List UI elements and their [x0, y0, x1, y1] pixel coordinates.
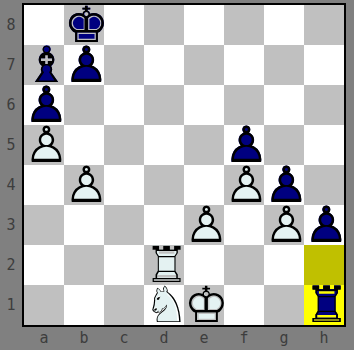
- piece-bP-a6[interactable]: ♟♙: [24, 85, 64, 125]
- square-e4[interactable]: [184, 165, 224, 205]
- file-label-d: d: [144, 327, 184, 349]
- square-d6[interactable]: [144, 85, 184, 125]
- piece-bP-h3[interactable]: ♟♙: [304, 205, 344, 245]
- file-label-c: c: [104, 327, 144, 349]
- black-piece-fill-icon: ♟: [264, 165, 304, 205]
- square-f5[interactable]: ♟♙: [224, 125, 264, 165]
- square-b2[interactable]: [64, 245, 104, 285]
- rank-label-1: 1: [0, 285, 22, 325]
- square-g6[interactable]: [264, 85, 304, 125]
- square-c6[interactable]: [104, 85, 144, 125]
- square-a7[interactable]: ♝♗: [24, 45, 64, 85]
- square-g5[interactable]: [264, 125, 304, 165]
- file-label-h: h: [304, 327, 344, 349]
- square-b6[interactable]: [64, 85, 104, 125]
- rank-labels: 87654321: [0, 5, 22, 325]
- piece-outline-icon: ♖: [144, 245, 184, 285]
- piece-bP-b7[interactable]: ♟♙: [64, 45, 104, 85]
- square-h6[interactable]: [304, 85, 344, 125]
- rank-label-8: 8: [0, 5, 22, 45]
- square-e6[interactable]: [184, 85, 224, 125]
- square-a1[interactable]: [24, 285, 64, 325]
- square-f6[interactable]: [224, 85, 264, 125]
- piece-outline-icon: ♗: [24, 45, 64, 85]
- square-a6[interactable]: ♟♙: [24, 85, 64, 125]
- square-h2[interactable]: [304, 245, 344, 285]
- square-b7[interactable]: ♟♙: [64, 45, 104, 85]
- piece-outline-icon: ♙: [24, 125, 64, 165]
- square-f4[interactable]: ♟♙: [224, 165, 264, 205]
- square-h8[interactable]: [304, 5, 344, 45]
- piece-bP-g4[interactable]: ♟♙: [264, 165, 304, 205]
- square-e1[interactable]: ♚♔: [184, 285, 224, 325]
- piece-wP-g3[interactable]: ♟♙: [264, 205, 304, 245]
- rank-label-2: 2: [0, 245, 22, 285]
- square-g1[interactable]: [264, 285, 304, 325]
- square-g2[interactable]: [264, 245, 304, 285]
- square-d2[interactable]: ♜♖: [144, 245, 184, 285]
- square-d4[interactable]: [144, 165, 184, 205]
- square-b8[interactable]: ♚♔: [64, 5, 104, 45]
- piece-outline-icon: ♙: [224, 165, 264, 205]
- white-piece-fill-icon: ♟: [224, 165, 264, 205]
- square-e8[interactable]: [184, 5, 224, 45]
- piece-outline-icon: ♙: [64, 45, 104, 85]
- chess-board: ♚♔♝♗♟♙♟♙♟♙♟♙♟♙♟♙♟♙♟♙♟♙♟♙♜♖♞♘♚♔♜♖: [22, 3, 346, 327]
- square-g7[interactable]: [264, 45, 304, 85]
- square-b4[interactable]: ♟♙: [64, 165, 104, 205]
- square-h7[interactable]: [304, 45, 344, 85]
- black-piece-fill-icon: ♟: [24, 85, 64, 125]
- piece-bP-f5[interactable]: ♟♙: [224, 125, 264, 165]
- piece-outline-icon: ♙: [24, 85, 64, 125]
- square-a5[interactable]: ♟♙: [24, 125, 64, 165]
- chess-app-window: 87654321 ♚♔♝♗♟♙♟♙♟♙♟♙♟♙♟♙♟♙♟♙♟♙♟♙♜♖♞♘♚♔♜…: [0, 0, 354, 350]
- square-b1[interactable]: [64, 285, 104, 325]
- black-piece-fill-icon: ♟: [224, 125, 264, 165]
- square-f7[interactable]: [224, 45, 264, 85]
- square-b3[interactable]: [64, 205, 104, 245]
- square-e3[interactable]: ♟♙: [184, 205, 224, 245]
- piece-wP-a5[interactable]: ♟♙: [24, 125, 64, 165]
- square-c3[interactable]: [104, 205, 144, 245]
- piece-bR-h1[interactable]: ♜♖: [304, 285, 344, 325]
- black-piece-fill-icon: ♟: [64, 45, 104, 85]
- square-h1[interactable]: ♜♖: [304, 285, 344, 325]
- square-a3[interactable]: [24, 205, 64, 245]
- rank-label-6: 6: [0, 85, 22, 125]
- file-labels: abcdefgh: [24, 327, 344, 349]
- square-f2[interactable]: [224, 245, 264, 285]
- square-h5[interactable]: [304, 125, 344, 165]
- black-piece-fill-icon: ♜: [304, 285, 344, 325]
- square-g3[interactable]: ♟♙: [264, 205, 304, 245]
- square-c4[interactable]: [104, 165, 144, 205]
- piece-wP-f4[interactable]: ♟♙: [224, 165, 264, 205]
- piece-outline-icon: ♙: [264, 205, 304, 245]
- black-piece-fill-icon: ♟: [304, 205, 344, 245]
- file-label-e: e: [184, 327, 224, 349]
- square-d1[interactable]: ♞♘: [144, 285, 184, 325]
- rank-label-7: 7: [0, 45, 22, 85]
- square-g8[interactable]: [264, 5, 304, 45]
- square-a4[interactable]: [24, 165, 64, 205]
- square-g4[interactable]: ♟♙: [264, 165, 304, 205]
- black-piece-fill-icon: ♚: [64, 5, 104, 45]
- piece-bB-a7[interactable]: ♝♗: [24, 45, 64, 85]
- piece-outline-icon: ♙: [264, 165, 304, 205]
- square-d7[interactable]: [144, 45, 184, 85]
- square-a2[interactable]: [24, 245, 64, 285]
- square-e7[interactable]: [184, 45, 224, 85]
- square-c1[interactable]: [104, 285, 144, 325]
- piece-bK-b8[interactable]: ♚♔: [64, 5, 104, 45]
- square-h4[interactable]: [304, 165, 344, 205]
- piece-wR-d2[interactable]: ♜♖: [144, 245, 184, 285]
- piece-outline-icon: ♙: [304, 205, 344, 245]
- piece-outline-icon: ♙: [224, 125, 264, 165]
- piece-wK-e1[interactable]: ♚♔: [184, 285, 224, 325]
- square-e5[interactable]: [184, 125, 224, 165]
- square-c7[interactable]: [104, 45, 144, 85]
- piece-outline-icon: ♙: [184, 205, 224, 245]
- square-f3[interactable]: [224, 205, 264, 245]
- white-piece-fill-icon: ♞: [144, 285, 184, 325]
- square-f1[interactable]: [224, 285, 264, 325]
- white-piece-fill-icon: ♟: [264, 205, 304, 245]
- piece-outline-icon: ♔: [184, 285, 224, 325]
- piece-outline-icon: ♘: [144, 285, 184, 325]
- rank-label-4: 4: [0, 165, 22, 205]
- piece-outline-icon: ♖: [304, 285, 344, 325]
- square-c2[interactable]: [104, 245, 144, 285]
- square-a8[interactable]: [24, 5, 64, 45]
- square-h3[interactable]: ♟♙: [304, 205, 344, 245]
- square-b5[interactable]: [64, 125, 104, 165]
- piece-wN-d1[interactable]: ♞♘: [144, 285, 184, 325]
- square-d3[interactable]: [144, 205, 184, 245]
- square-d8[interactable]: [144, 5, 184, 45]
- white-piece-fill-icon: ♜: [144, 245, 184, 285]
- white-piece-fill-icon: ♚: [184, 285, 224, 325]
- white-piece-fill-icon: ♟: [184, 205, 224, 245]
- file-label-a: a: [24, 327, 64, 349]
- file-label-b: b: [64, 327, 104, 349]
- black-piece-fill-icon: ♝: [24, 45, 64, 85]
- piece-outline-icon: ♙: [64, 165, 104, 205]
- rank-label-3: 3: [0, 205, 22, 245]
- square-c8[interactable]: [104, 5, 144, 45]
- file-label-g: g: [264, 327, 304, 349]
- square-f8[interactable]: [224, 5, 264, 45]
- piece-wP-e3[interactable]: ♟♙: [184, 205, 224, 245]
- square-e2[interactable]: [184, 245, 224, 285]
- piece-wP-b4[interactable]: ♟♙: [64, 165, 104, 205]
- file-label-f: f: [224, 327, 264, 349]
- piece-outline-icon: ♔: [64, 5, 104, 45]
- white-piece-fill-icon: ♟: [64, 165, 104, 205]
- square-d5[interactable]: [144, 125, 184, 165]
- square-c5[interactable]: [104, 125, 144, 165]
- rank-label-5: 5: [0, 125, 22, 165]
- white-piece-fill-icon: ♟: [24, 125, 64, 165]
